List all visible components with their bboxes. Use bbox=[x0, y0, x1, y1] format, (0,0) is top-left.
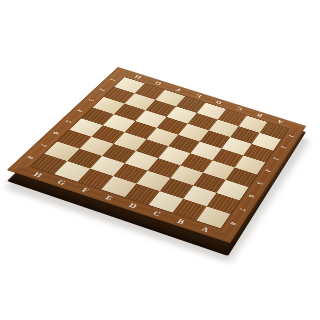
chess-board: HGFEDCBA HGFEDCBA 12345678 12345678 bbox=[7, 67, 306, 243]
chessboard-product-photo: HGFEDCBA HGFEDCBA 12345678 12345678 bbox=[0, 0, 320, 320]
